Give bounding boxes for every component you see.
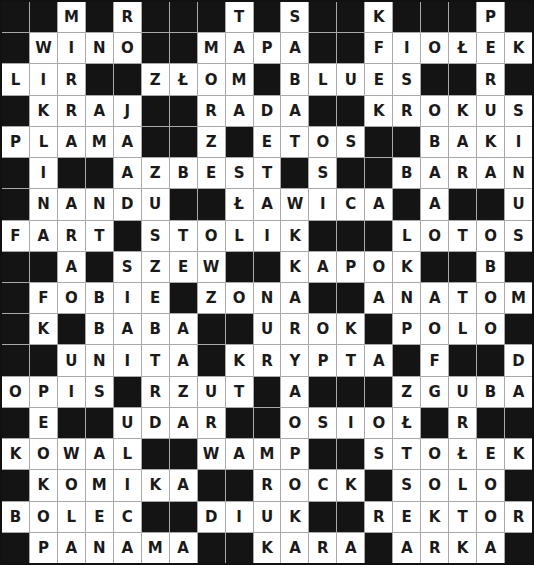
cell-r7-c13-letter: C bbox=[337, 189, 364, 219]
cell-r14-c4-black bbox=[86, 408, 113, 438]
cell-r16-c6-letter: K bbox=[142, 470, 169, 500]
cell-r5-c12-letter: O bbox=[309, 127, 336, 157]
cell-r7-c18-black bbox=[477, 189, 504, 219]
cell-r8-c5-black bbox=[114, 221, 141, 251]
cell-r4-c16-letter: O bbox=[421, 96, 448, 126]
cell-r5-c14-black bbox=[365, 127, 392, 157]
cell-r1-c6-black bbox=[142, 2, 169, 32]
cell-r6-c13-black bbox=[337, 158, 364, 188]
cell-r10-c8-letter: Z bbox=[198, 283, 225, 313]
cell-r18-c10-letter: K bbox=[254, 533, 281, 563]
cell-r7-c8-black bbox=[198, 189, 225, 219]
cell-r12-c6-letter: T bbox=[142, 345, 169, 375]
cell-r7-c10-letter: A bbox=[254, 189, 281, 219]
cell-r10-c1-black bbox=[2, 283, 29, 313]
cell-r1-c12-black bbox=[309, 2, 336, 32]
cell-r13-c1-letter: O bbox=[2, 377, 29, 407]
cell-r18-c5-letter: A bbox=[114, 533, 141, 563]
cell-r8-c4-letter: T bbox=[86, 221, 113, 251]
cell-r14-c2-letter: E bbox=[30, 408, 57, 438]
cell-r4-c11-letter: A bbox=[281, 96, 308, 126]
cell-r13-c11-letter: A bbox=[281, 377, 308, 407]
cell-r9-c9-black bbox=[226, 252, 253, 282]
cell-r4-c4-letter: A bbox=[86, 96, 113, 126]
cell-r11-c7-letter: A bbox=[170, 314, 197, 344]
cell-r4-c12-black bbox=[309, 96, 336, 126]
crossword-grid: MRTSKPWINOMAPAFIOŁEKLIRZŁOMBLUESRKRAJRAD… bbox=[0, 0, 534, 565]
cell-r10-c9-letter: O bbox=[226, 283, 253, 313]
cell-r17-c15-letter: E bbox=[393, 502, 420, 532]
cell-r9-c15-letter: K bbox=[393, 252, 420, 282]
cell-r10-c4-letter: B bbox=[86, 283, 113, 313]
cell-r7-c7-black bbox=[170, 189, 197, 219]
cell-r8-c15-letter: L bbox=[393, 221, 420, 251]
cell-r14-c17-letter: R bbox=[449, 408, 476, 438]
cell-r8-c13-black bbox=[337, 221, 364, 251]
cell-r6-c17-letter: R bbox=[449, 158, 476, 188]
cell-r18-c14-black bbox=[365, 533, 392, 563]
cell-r14-c11-letter: O bbox=[281, 408, 308, 438]
cell-r2-c4-letter: N bbox=[86, 33, 113, 63]
cell-r14-c12-letter: S bbox=[309, 408, 336, 438]
cell-r1-c8-black bbox=[198, 2, 225, 32]
cell-r12-c4-letter: N bbox=[86, 345, 113, 375]
cell-r14-c8-letter: R bbox=[198, 408, 225, 438]
cell-r14-c6-letter: D bbox=[142, 408, 169, 438]
cell-r3-c1-letter: L bbox=[2, 64, 29, 94]
cell-r11-c3-black bbox=[58, 314, 85, 344]
cell-r4-c19-letter: S bbox=[505, 96, 532, 126]
cell-r3-c3-letter: R bbox=[58, 64, 85, 94]
cell-r18-c19-black bbox=[505, 533, 532, 563]
cell-r6-c19-letter: N bbox=[505, 158, 532, 188]
cell-r10-c10-letter: N bbox=[254, 283, 281, 313]
cell-r7-c19-letter: U bbox=[505, 189, 532, 219]
cell-r13-c2-letter: P bbox=[30, 377, 57, 407]
cell-r5-c9-black bbox=[226, 127, 253, 157]
cell-r13-c6-letter: R bbox=[142, 377, 169, 407]
cell-r2-c12-black bbox=[309, 33, 336, 63]
cell-r5-c18-letter: K bbox=[477, 127, 504, 157]
cell-r9-c5-letter: S bbox=[114, 252, 141, 282]
cell-r11-c15-letter: P bbox=[393, 314, 420, 344]
cell-r6-c3-black bbox=[58, 158, 85, 188]
cell-r1-c13-black bbox=[337, 2, 364, 32]
cell-r1-c11-letter: S bbox=[281, 2, 308, 32]
cell-r9-c6-letter: Z bbox=[142, 252, 169, 282]
cell-r18-c11-letter: A bbox=[281, 533, 308, 563]
cell-r5-c15-black bbox=[393, 127, 420, 157]
cell-r16-c13-letter: K bbox=[337, 470, 364, 500]
cell-r18-c1-black bbox=[2, 533, 29, 563]
cell-r4-c3-letter: R bbox=[58, 96, 85, 126]
cell-r4-c10-letter: D bbox=[254, 96, 281, 126]
cell-r12-c5-letter: I bbox=[114, 345, 141, 375]
cell-r4-c13-black bbox=[337, 96, 364, 126]
cell-r2-c17-letter: Ł bbox=[449, 33, 476, 63]
cell-r3-c11-letter: B bbox=[281, 64, 308, 94]
cell-r13-c8-letter: U bbox=[198, 377, 225, 407]
cell-r3-c13-letter: U bbox=[337, 64, 364, 94]
cell-r7-c1-black bbox=[2, 189, 29, 219]
cell-r17-c6-black bbox=[142, 502, 169, 532]
cell-r16-c8-black bbox=[198, 470, 225, 500]
cell-r2-c15-letter: I bbox=[393, 33, 420, 63]
cell-r14-c9-black bbox=[226, 408, 253, 438]
cell-r8-c16-letter: O bbox=[421, 221, 448, 251]
cell-r12-c17-black bbox=[449, 345, 476, 375]
cell-r10-c14-letter: A bbox=[365, 283, 392, 313]
cell-r12-c18-black bbox=[477, 345, 504, 375]
cell-r7-c6-letter: U bbox=[142, 189, 169, 219]
cell-r5-c11-letter: T bbox=[281, 127, 308, 157]
cell-r11-c16-letter: O bbox=[421, 314, 448, 344]
cell-r7-c3-letter: A bbox=[58, 189, 85, 219]
cell-r15-c13-black bbox=[337, 439, 364, 469]
cell-r10-c18-letter: O bbox=[477, 283, 504, 313]
cell-r16-c1-black bbox=[2, 470, 29, 500]
cell-r3-c19-black bbox=[505, 64, 532, 94]
cell-r18-c9-black bbox=[226, 533, 253, 563]
cell-r7-c15-black bbox=[393, 189, 420, 219]
cell-r12-c2-black bbox=[30, 345, 57, 375]
cell-r16-c17-letter: L bbox=[449, 470, 476, 500]
cell-r3-c10-black bbox=[254, 64, 281, 94]
cell-r13-c18-letter: B bbox=[477, 377, 504, 407]
cell-r6-c11-black bbox=[281, 158, 308, 188]
cell-r15-c1-letter: K bbox=[2, 439, 29, 469]
cell-r17-c4-letter: E bbox=[86, 502, 113, 532]
cell-r3-c17-black bbox=[449, 64, 476, 94]
cell-r6-c9-letter: S bbox=[226, 158, 253, 188]
cell-r1-c9-letter: T bbox=[226, 2, 253, 32]
cell-r5-c8-letter: Z bbox=[198, 127, 225, 157]
cell-r17-c5-letter: C bbox=[114, 502, 141, 532]
cell-r15-c19-letter: K bbox=[505, 439, 532, 469]
cell-r5-c6-black bbox=[142, 127, 169, 157]
cell-r10-c11-letter: A bbox=[281, 283, 308, 313]
cell-r13-c7-letter: Z bbox=[170, 377, 197, 407]
cell-r1-c16-black bbox=[421, 2, 448, 32]
cell-r1-c5-letter: R bbox=[114, 2, 141, 32]
cell-r6-c16-letter: A bbox=[421, 158, 448, 188]
cell-r3-c5-black bbox=[114, 64, 141, 94]
cell-r12-c9-letter: K bbox=[226, 345, 253, 375]
cell-r16-c2-letter: K bbox=[30, 470, 57, 500]
cell-r15-c10-letter: M bbox=[254, 439, 281, 469]
cell-r15-c7-black bbox=[170, 439, 197, 469]
cell-r3-c14-letter: E bbox=[365, 64, 392, 94]
cell-r4-c8-letter: R bbox=[198, 96, 225, 126]
cell-r8-c1-letter: F bbox=[2, 221, 29, 251]
cell-r7-c4-letter: N bbox=[86, 189, 113, 219]
cell-r12-c8-black bbox=[198, 345, 225, 375]
cell-r17-c3-letter: L bbox=[58, 502, 85, 532]
cell-r5-c19-letter: I bbox=[505, 127, 532, 157]
cell-r2-c2-letter: W bbox=[30, 33, 57, 63]
cell-r10-c15-letter: N bbox=[393, 283, 420, 313]
cell-r11-c4-letter: B bbox=[86, 314, 113, 344]
cell-r16-c11-letter: O bbox=[281, 470, 308, 500]
cell-r13-c9-letter: T bbox=[226, 377, 253, 407]
cell-r2-c8-letter: M bbox=[198, 33, 225, 63]
cell-r11-c18-letter: O bbox=[477, 314, 504, 344]
cell-r3-c18-letter: R bbox=[477, 64, 504, 94]
cell-r1-c10-black bbox=[254, 2, 281, 32]
cell-r6-c4-black bbox=[86, 158, 113, 188]
cell-r6-c6-letter: Z bbox=[142, 158, 169, 188]
cell-r2-c11-letter: A bbox=[281, 33, 308, 63]
cell-r9-c17-black bbox=[449, 252, 476, 282]
cell-r17-c16-letter: K bbox=[421, 502, 448, 532]
cell-r6-c5-letter: A bbox=[114, 158, 141, 188]
cell-r1-c4-black bbox=[86, 2, 113, 32]
cell-r11-c17-letter: L bbox=[449, 314, 476, 344]
cell-r14-c16-black bbox=[421, 408, 448, 438]
cell-r2-c7-black bbox=[170, 33, 197, 63]
cell-r14-c1-black bbox=[2, 408, 29, 438]
cell-r18-c7-letter: A bbox=[170, 533, 197, 563]
cell-r9-c12-letter: A bbox=[309, 252, 336, 282]
cell-r14-c13-letter: I bbox=[337, 408, 364, 438]
cell-r2-c13-black bbox=[337, 33, 364, 63]
cell-r9-c19-black bbox=[505, 252, 532, 282]
cell-r16-c15-letter: S bbox=[393, 470, 420, 500]
cell-r8-c18-letter: O bbox=[477, 221, 504, 251]
cell-r10-c12-black bbox=[309, 283, 336, 313]
cell-r15-c17-letter: Ł bbox=[449, 439, 476, 469]
cell-r13-c17-letter: U bbox=[449, 377, 476, 407]
cell-r8-c7-letter: T bbox=[170, 221, 197, 251]
cell-r18-c17-letter: K bbox=[449, 533, 476, 563]
cell-r14-c10-black bbox=[254, 408, 281, 438]
cell-r12-c14-letter: A bbox=[365, 345, 392, 375]
cell-r15-c15-letter: T bbox=[393, 439, 420, 469]
cell-r9-c8-letter: W bbox=[198, 252, 225, 282]
cell-r7-c17-black bbox=[449, 189, 476, 219]
cell-r17-c14-letter: R bbox=[365, 502, 392, 532]
cell-r18-c12-letter: R bbox=[309, 533, 336, 563]
cell-r10-c13-black bbox=[337, 283, 364, 313]
cell-r9-c4-black bbox=[86, 252, 113, 282]
cell-r15-c16-letter: O bbox=[421, 439, 448, 469]
cell-r18-c3-letter: A bbox=[58, 533, 85, 563]
cell-r3-c2-letter: I bbox=[30, 64, 57, 94]
cell-r16-c9-black bbox=[226, 470, 253, 500]
cell-r15-c18-letter: E bbox=[477, 439, 504, 469]
cell-r8-c14-black bbox=[365, 221, 392, 251]
cell-r9-c14-letter: O bbox=[365, 252, 392, 282]
cell-r15-c4-letter: A bbox=[86, 439, 113, 469]
cell-r1-c1-black bbox=[2, 2, 29, 32]
cell-r5-c13-letter: S bbox=[337, 127, 364, 157]
cell-r6-c1-black bbox=[2, 158, 29, 188]
cell-r12-c11-letter: Y bbox=[281, 345, 308, 375]
cell-r18-c2-letter: P bbox=[30, 533, 57, 563]
cell-r5-c5-letter: A bbox=[114, 127, 141, 157]
cell-r8-c19-letter: S bbox=[505, 221, 532, 251]
cell-r18-c15-letter: A bbox=[393, 533, 420, 563]
cell-r8-c11-letter: K bbox=[281, 221, 308, 251]
cell-r11-c6-letter: B bbox=[142, 314, 169, 344]
cell-r11-c2-letter: K bbox=[30, 314, 57, 344]
cell-r12-c3-letter: U bbox=[58, 345, 85, 375]
cell-r4-c2-letter: K bbox=[30, 96, 57, 126]
cell-r14-c7-letter: A bbox=[170, 408, 197, 438]
cell-r5-c10-letter: E bbox=[254, 127, 281, 157]
cell-r6-c8-letter: E bbox=[198, 158, 225, 188]
cell-r3-c6-letter: Z bbox=[142, 64, 169, 94]
cell-r12-c15-black bbox=[393, 345, 420, 375]
cell-r12-c1-black bbox=[2, 345, 29, 375]
cell-r3-c8-letter: O bbox=[198, 64, 225, 94]
cell-r8-c17-letter: T bbox=[449, 221, 476, 251]
cell-r13-c14-black bbox=[365, 377, 392, 407]
cell-r17-c2-letter: O bbox=[30, 502, 57, 532]
cell-r12-c7-letter: A bbox=[170, 345, 197, 375]
cell-r1-c14-letter: K bbox=[365, 2, 392, 32]
cell-r14-c14-letter: O bbox=[365, 408, 392, 438]
cell-r2-c14-letter: F bbox=[365, 33, 392, 63]
cell-r16-c10-letter: R bbox=[254, 470, 281, 500]
cell-r4-c9-letter: A bbox=[226, 96, 253, 126]
cell-r9-c16-black bbox=[421, 252, 448, 282]
cell-r4-c7-black bbox=[170, 96, 197, 126]
cell-r3-c12-letter: L bbox=[309, 64, 336, 94]
cell-r6-c14-black bbox=[365, 158, 392, 188]
cell-r16-c14-black bbox=[365, 470, 392, 500]
cell-r7-c5-letter: D bbox=[114, 189, 141, 219]
cell-r9-c11-letter: K bbox=[281, 252, 308, 282]
cell-r12-c13-letter: T bbox=[337, 345, 364, 375]
cell-r4-c15-letter: R bbox=[393, 96, 420, 126]
cell-r15-c14-letter: S bbox=[365, 439, 392, 469]
cell-r18-c6-letter: M bbox=[142, 533, 169, 563]
cell-r16-c18-letter: O bbox=[477, 470, 504, 500]
cell-r17-c1-letter: B bbox=[2, 502, 29, 532]
cell-r18-c13-letter: A bbox=[337, 533, 364, 563]
cell-r15-c12-black bbox=[309, 439, 336, 469]
cell-r8-c3-letter: R bbox=[58, 221, 85, 251]
cell-r3-c4-black bbox=[86, 64, 113, 94]
cell-r3-c16-black bbox=[421, 64, 448, 94]
cell-r7-c14-letter: A bbox=[365, 189, 392, 219]
cell-r13-c5-black bbox=[114, 377, 141, 407]
cell-r4-c1-black bbox=[2, 96, 29, 126]
cell-r13-c15-letter: Z bbox=[393, 377, 420, 407]
cell-r3-c9-letter: M bbox=[226, 64, 253, 94]
cell-r5-c1-letter: P bbox=[2, 127, 29, 157]
cell-r9-c7-letter: E bbox=[170, 252, 197, 282]
cell-r1-c17-black bbox=[449, 2, 476, 32]
cell-r10-c19-letter: M bbox=[505, 283, 532, 313]
cell-r12-c16-letter: F bbox=[421, 345, 448, 375]
cell-r13-c10-black bbox=[254, 377, 281, 407]
cell-r9-c1-black bbox=[2, 252, 29, 282]
cell-r15-c9-letter: A bbox=[226, 439, 253, 469]
cell-r15-c8-letter: W bbox=[198, 439, 225, 469]
cell-r6-c15-letter: B bbox=[393, 158, 420, 188]
cell-r14-c3-black bbox=[58, 408, 85, 438]
cell-r16-c12-letter: C bbox=[309, 470, 336, 500]
cell-r6-c7-letter: B bbox=[170, 158, 197, 188]
cell-r2-c16-letter: O bbox=[421, 33, 448, 63]
cell-r2-c10-letter: P bbox=[254, 33, 281, 63]
cell-r16-c3-letter: O bbox=[58, 470, 85, 500]
cell-r2-c6-black bbox=[142, 33, 169, 63]
cell-r17-c8-letter: D bbox=[198, 502, 225, 532]
cell-r5-c7-black bbox=[170, 127, 197, 157]
cell-r10-c5-letter: I bbox=[114, 283, 141, 313]
cell-r3-c15-letter: S bbox=[393, 64, 420, 94]
cell-r17-c17-letter: T bbox=[449, 502, 476, 532]
cell-r6-c10-letter: T bbox=[254, 158, 281, 188]
cell-r7-c2-letter: N bbox=[30, 189, 57, 219]
cell-r8-c8-letter: O bbox=[198, 221, 225, 251]
cell-r1-c15-black bbox=[393, 2, 420, 32]
cell-r5-c2-letter: L bbox=[30, 127, 57, 157]
cell-r17-c12-black bbox=[309, 502, 336, 532]
cell-r5-c16-letter: B bbox=[421, 127, 448, 157]
cell-r17-c7-black bbox=[170, 502, 197, 532]
cell-r11-c9-black bbox=[226, 314, 253, 344]
cell-r17-c13-black bbox=[337, 502, 364, 532]
cell-r10-c17-letter: T bbox=[449, 283, 476, 313]
cell-r7-c16-letter: A bbox=[421, 189, 448, 219]
cell-r10-c6-letter: E bbox=[142, 283, 169, 313]
cell-r7-c11-letter: W bbox=[281, 189, 308, 219]
cell-r18-c8-black bbox=[198, 533, 225, 563]
cell-r8-c12-black bbox=[309, 221, 336, 251]
cell-r8-c10-letter: I bbox=[254, 221, 281, 251]
cell-r11-c11-letter: R bbox=[281, 314, 308, 344]
cell-r13-c4-letter: S bbox=[86, 377, 113, 407]
cell-r4-c17-letter: K bbox=[449, 96, 476, 126]
cell-r17-c11-letter: K bbox=[281, 502, 308, 532]
cell-r1-c18-letter: P bbox=[477, 2, 504, 32]
cell-r4-c6-black bbox=[142, 96, 169, 126]
cell-r15-c5-letter: L bbox=[114, 439, 141, 469]
cell-r2-c19-letter: K bbox=[505, 33, 532, 63]
cell-r1-c2-black bbox=[30, 2, 57, 32]
cell-r13-c19-letter: A bbox=[505, 377, 532, 407]
cell-r13-c16-letter: G bbox=[421, 377, 448, 407]
cell-r13-c3-letter: I bbox=[58, 377, 85, 407]
cell-r7-c9-letter: Ł bbox=[226, 189, 253, 219]
cell-r17-c9-letter: I bbox=[226, 502, 253, 532]
cell-r11-c5-letter: A bbox=[114, 314, 141, 344]
cell-r8-c6-letter: S bbox=[142, 221, 169, 251]
cell-r1-c7-black bbox=[170, 2, 197, 32]
cell-r9-c2-black bbox=[30, 252, 57, 282]
cell-r14-c15-letter: Ł bbox=[393, 408, 420, 438]
cell-r18-c4-letter: N bbox=[86, 533, 113, 563]
cell-r2-c1-black bbox=[2, 33, 29, 63]
cell-r17-c18-letter: O bbox=[477, 502, 504, 532]
cell-r17-c10-letter: U bbox=[254, 502, 281, 532]
cell-r11-c14-black bbox=[365, 314, 392, 344]
cell-r12-c12-letter: P bbox=[309, 345, 336, 375]
cell-r6-c18-letter: A bbox=[477, 158, 504, 188]
cell-r14-c19-black bbox=[505, 408, 532, 438]
cell-r4-c14-letter: K bbox=[365, 96, 392, 126]
cell-r5-c4-letter: M bbox=[86, 127, 113, 157]
cell-r15-c6-black bbox=[142, 439, 169, 469]
cell-r10-c3-letter: O bbox=[58, 283, 85, 313]
cell-r11-c10-letter: U bbox=[254, 314, 281, 344]
cell-r9-c3-letter: A bbox=[58, 252, 85, 282]
cell-r11-c12-letter: O bbox=[309, 314, 336, 344]
